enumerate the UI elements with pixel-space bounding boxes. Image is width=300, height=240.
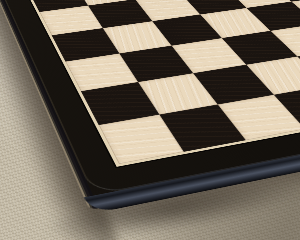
scene bbox=[0, 0, 300, 240]
chessboard-photo bbox=[0, 0, 300, 240]
chess-board bbox=[0, 0, 300, 214]
